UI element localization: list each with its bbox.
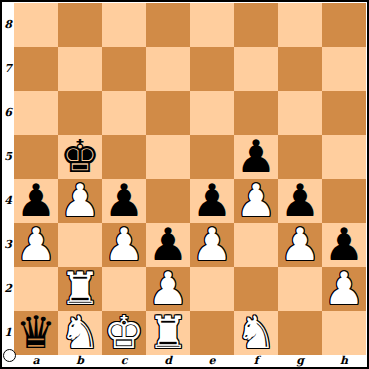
piece-white-knight[interactable]: ♞ bbox=[60, 311, 100, 355]
file-label-g: g bbox=[278, 355, 322, 367]
square-h6[interactable] bbox=[322, 91, 366, 135]
square-e3[interactable]: ♟ bbox=[190, 223, 234, 267]
piece-black-pawn[interactable]: ♟ bbox=[280, 179, 320, 223]
file-label-b: b bbox=[58, 355, 102, 367]
square-d7[interactable] bbox=[146, 47, 190, 91]
square-b6[interactable] bbox=[58, 91, 102, 135]
square-c6[interactable] bbox=[102, 91, 146, 135]
square-c4[interactable]: ♟ bbox=[102, 179, 146, 223]
file-labels: abcdefgh bbox=[14, 355, 366, 367]
file-label-h: h bbox=[322, 355, 366, 367]
square-d8[interactable] bbox=[146, 3, 190, 47]
square-g7[interactable] bbox=[278, 47, 322, 91]
square-f1[interactable]: ♞ bbox=[234, 311, 278, 355]
square-f3[interactable] bbox=[234, 223, 278, 267]
piece-white-pawn[interactable]: ♟ bbox=[280, 223, 320, 267]
square-b7[interactable] bbox=[58, 47, 102, 91]
square-c8[interactable] bbox=[102, 3, 146, 47]
square-g3[interactable]: ♟ bbox=[278, 223, 322, 267]
file-label-d: d bbox=[146, 355, 190, 367]
white-to-move-indicator-icon bbox=[3, 349, 16, 362]
rank-label-4: 4 bbox=[2, 179, 14, 223]
square-a1[interactable]: ♛ bbox=[14, 311, 58, 355]
rank-label-7: 7 bbox=[2, 47, 14, 91]
piece-white-pawn[interactable]: ♟ bbox=[148, 267, 188, 311]
piece-black-pawn[interactable]: ♟ bbox=[192, 179, 232, 223]
square-a5[interactable] bbox=[14, 135, 58, 179]
square-c2[interactable] bbox=[102, 267, 146, 311]
square-a3[interactable]: ♟ bbox=[14, 223, 58, 267]
square-b4[interactable]: ♟ bbox=[58, 179, 102, 223]
square-f8[interactable] bbox=[234, 3, 278, 47]
square-d2[interactable]: ♟ bbox=[146, 267, 190, 311]
piece-white-rook[interactable]: ♜ bbox=[60, 267, 100, 311]
square-g4[interactable]: ♟ bbox=[278, 179, 322, 223]
board: ♚♟♟♟♟♟♟♟♟♟♟♟♟♟♜♟♟♛♞♚♜♞ bbox=[14, 3, 366, 355]
piece-black-pawn[interactable]: ♟ bbox=[236, 135, 276, 179]
file-label-a: a bbox=[14, 355, 58, 367]
piece-white-pawn[interactable]: ♟ bbox=[236, 179, 276, 223]
square-d6[interactable] bbox=[146, 91, 190, 135]
square-b1[interactable]: ♞ bbox=[58, 311, 102, 355]
square-e1[interactable] bbox=[190, 311, 234, 355]
rank-label-6: 6 bbox=[2, 91, 14, 135]
square-h3[interactable]: ♟ bbox=[322, 223, 366, 267]
square-d3[interactable]: ♟ bbox=[146, 223, 190, 267]
square-b8[interactable] bbox=[58, 3, 102, 47]
piece-black-pawn[interactable]: ♟ bbox=[324, 223, 364, 267]
piece-white-pawn[interactable]: ♟ bbox=[104, 223, 144, 267]
square-e4[interactable]: ♟ bbox=[190, 179, 234, 223]
square-f5[interactable]: ♟ bbox=[234, 135, 278, 179]
square-h5[interactable] bbox=[322, 135, 366, 179]
square-b5[interactable]: ♚ bbox=[58, 135, 102, 179]
square-d5[interactable] bbox=[146, 135, 190, 179]
square-a7[interactable] bbox=[14, 47, 58, 91]
square-e5[interactable] bbox=[190, 135, 234, 179]
square-e6[interactable] bbox=[190, 91, 234, 135]
square-f2[interactable] bbox=[234, 267, 278, 311]
piece-black-pawn[interactable]: ♟ bbox=[104, 179, 144, 223]
square-e2[interactable] bbox=[190, 267, 234, 311]
file-label-e: e bbox=[190, 355, 234, 367]
square-g6[interactable] bbox=[278, 91, 322, 135]
square-d1[interactable]: ♜ bbox=[146, 311, 190, 355]
square-f7[interactable] bbox=[234, 47, 278, 91]
square-e8[interactable] bbox=[190, 3, 234, 47]
piece-white-knight[interactable]: ♞ bbox=[236, 311, 276, 355]
rank-label-5: 5 bbox=[2, 135, 14, 179]
square-f4[interactable]: ♟ bbox=[234, 179, 278, 223]
rank-label-8: 8 bbox=[2, 3, 14, 47]
piece-white-rook[interactable]: ♜ bbox=[148, 311, 188, 355]
square-c7[interactable] bbox=[102, 47, 146, 91]
square-a4[interactable]: ♟ bbox=[14, 179, 58, 223]
square-e7[interactable] bbox=[190, 47, 234, 91]
rank-label-3: 3 bbox=[2, 223, 14, 267]
square-a6[interactable] bbox=[14, 91, 58, 135]
square-h7[interactable] bbox=[322, 47, 366, 91]
square-f6[interactable] bbox=[234, 91, 278, 135]
piece-white-pawn[interactable]: ♟ bbox=[16, 223, 56, 267]
piece-white-pawn[interactable]: ♟ bbox=[192, 223, 232, 267]
rank-labels: 87654321 bbox=[2, 3, 14, 355]
square-c1[interactable]: ♚ bbox=[102, 311, 146, 355]
piece-black-king[interactable]: ♚ bbox=[60, 135, 100, 179]
piece-white-pawn[interactable]: ♟ bbox=[60, 179, 100, 223]
square-a2[interactable] bbox=[14, 267, 58, 311]
file-label-f: f bbox=[234, 355, 278, 367]
chess-diagram: 87654321 ♚♟♟♟♟♟♟♟♟♟♟♟♟♟♜♟♟♛♞♚♜♞ abcdefgh bbox=[0, 0, 369, 369]
rank-label-2: 2 bbox=[2, 267, 14, 311]
square-h1[interactable] bbox=[322, 311, 366, 355]
square-g2[interactable] bbox=[278, 267, 322, 311]
square-d4[interactable] bbox=[146, 179, 190, 223]
square-b3[interactable] bbox=[58, 223, 102, 267]
square-a8[interactable] bbox=[14, 3, 58, 47]
file-label-c: c bbox=[102, 355, 146, 367]
piece-black-queen[interactable]: ♛ bbox=[16, 311, 56, 355]
square-c5[interactable] bbox=[102, 135, 146, 179]
square-h2[interactable]: ♟ bbox=[322, 267, 366, 311]
piece-black-pawn[interactable]: ♟ bbox=[148, 223, 188, 267]
piece-black-pawn[interactable]: ♟ bbox=[16, 179, 56, 223]
piece-white-king[interactable]: ♚ bbox=[104, 311, 144, 355]
piece-white-pawn[interactable]: ♟ bbox=[324, 267, 364, 311]
square-g1[interactable] bbox=[278, 311, 322, 355]
square-b2[interactable]: ♜ bbox=[58, 267, 102, 311]
square-g5[interactable] bbox=[278, 135, 322, 179]
square-h8[interactable] bbox=[322, 3, 366, 47]
square-g8[interactable] bbox=[278, 3, 322, 47]
square-h4[interactable] bbox=[322, 179, 366, 223]
square-c3[interactable]: ♟ bbox=[102, 223, 146, 267]
